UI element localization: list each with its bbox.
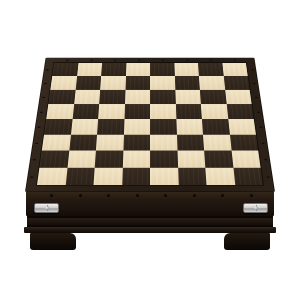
board-square	[96, 134, 124, 150]
board-square	[101, 63, 126, 76]
latch-right-icon	[243, 203, 268, 213]
board-square	[123, 134, 150, 150]
nail-icon	[267, 176, 270, 178]
board-square	[42, 134, 71, 150]
board-square	[228, 119, 256, 134]
board-square	[122, 167, 150, 185]
board-square	[204, 151, 233, 168]
board-square	[226, 104, 254, 119]
board-square	[77, 63, 102, 76]
board-square	[150, 76, 175, 90]
board-square	[48, 90, 75, 104]
nail-icon	[35, 142, 38, 144]
board-square	[72, 104, 99, 119]
nail-icon	[42, 97, 45, 99]
board-square	[124, 104, 150, 119]
board-square	[95, 151, 123, 168]
nail-icon	[210, 59, 213, 60]
nail-icon	[221, 194, 224, 197]
board-square	[150, 151, 178, 168]
board-square	[150, 119, 176, 134]
case-lower-half	[27, 218, 273, 225]
board-square	[229, 134, 258, 150]
nail-icon	[30, 176, 33, 178]
nail-icon	[162, 59, 165, 60]
board-square	[74, 90, 100, 104]
board-square	[150, 63, 174, 76]
nail-icon	[164, 194, 167, 197]
nail-icon	[262, 142, 265, 144]
board-square	[39, 151, 68, 168]
board-square	[71, 119, 99, 134]
board-square	[198, 63, 223, 76]
board-square	[203, 134, 231, 150]
nail-icon	[259, 127, 262, 129]
board-square	[175, 90, 201, 104]
chess-board-grid	[37, 63, 263, 185]
nail-icon	[40, 111, 43, 113]
nail-icon	[257, 111, 260, 113]
board-square	[44, 119, 72, 134]
nail-icon	[250, 194, 253, 197]
nail-icon	[90, 59, 93, 60]
board-square	[201, 104, 228, 119]
board-square	[150, 104, 176, 119]
chess-board-top	[25, 58, 275, 192]
latch-left-icon	[34, 203, 59, 213]
board-square	[69, 134, 97, 150]
nail-icon	[193, 194, 196, 197]
board-square	[67, 151, 96, 168]
board-square	[176, 134, 204, 150]
nail-icon	[44, 83, 47, 84]
foot-right	[224, 233, 270, 250]
board-square	[125, 76, 150, 90]
nail-icon	[114, 59, 117, 60]
board-square	[37, 167, 67, 185]
board-square	[205, 167, 234, 185]
nail-icon	[107, 194, 110, 197]
nail-icon	[251, 69, 254, 70]
board-square	[122, 151, 150, 168]
board-square	[100, 76, 125, 90]
board-square	[200, 90, 226, 104]
nail-icon	[33, 159, 36, 161]
board-square	[199, 76, 225, 90]
nail-icon	[264, 159, 267, 161]
product-photo-chess-box	[0, 0, 300, 300]
board-square	[65, 167, 94, 185]
board-square	[233, 167, 263, 185]
nail-icon	[66, 59, 69, 60]
board-square	[75, 76, 101, 90]
nail-icon	[50, 194, 53, 197]
board-square	[174, 76, 199, 90]
board-square	[97, 119, 124, 134]
board-square	[50, 76, 76, 90]
board-square	[222, 63, 248, 76]
board-square	[150, 90, 175, 104]
nail-icon	[233, 59, 236, 60]
nail-icon	[38, 127, 41, 129]
nail-icon	[255, 97, 258, 99]
board-square	[52, 63, 78, 76]
case-front-face	[26, 192, 274, 216]
board-square	[223, 76, 249, 90]
nail-icon	[46, 69, 49, 70]
nail-icon	[253, 83, 256, 84]
board-square	[225, 90, 252, 104]
board-square	[125, 90, 150, 104]
board-square	[98, 104, 124, 119]
nail-icon	[79, 194, 82, 197]
board-square	[177, 151, 205, 168]
board-square	[174, 63, 199, 76]
board-square	[176, 119, 203, 134]
board-square	[93, 167, 122, 185]
nail-icon	[186, 59, 189, 60]
nail-icon	[136, 194, 139, 197]
board-square	[231, 151, 260, 168]
board-square	[202, 119, 230, 134]
board-square	[175, 104, 201, 119]
foot-left	[30, 233, 76, 250]
board-square	[99, 90, 125, 104]
nail-icon	[138, 59, 141, 60]
board-square	[124, 119, 150, 134]
board-square	[46, 104, 74, 119]
board-square	[178, 167, 207, 185]
board-square	[126, 63, 150, 76]
board-square	[150, 167, 178, 185]
board-square	[150, 134, 177, 150]
